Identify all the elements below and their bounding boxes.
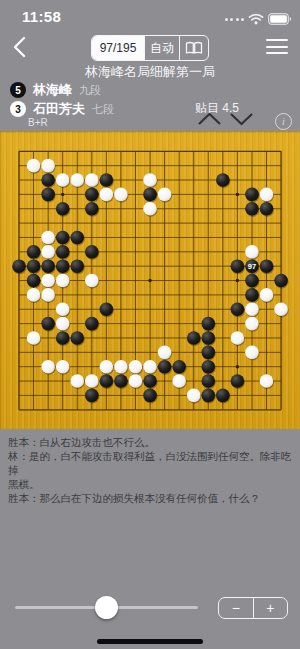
go-board[interactable]: 97 xyxy=(0,131,300,429)
white-player-row: 3 石田芳夫 七段 xyxy=(10,100,114,118)
game-result: B+R xyxy=(28,117,48,128)
status-icons xyxy=(225,13,293,25)
status-time: 11:58 xyxy=(22,8,61,25)
white-stone-badge: 3 xyxy=(10,101,26,117)
back-button[interactable] xyxy=(12,36,26,58)
move-slider-knob[interactable] xyxy=(95,596,118,619)
black-player-rank: 九段 xyxy=(79,83,101,98)
page-title: 林海峰名局细解第一局 xyxy=(0,63,300,81)
wifi-icon xyxy=(248,13,264,25)
black-player-name: 林海峰 xyxy=(33,81,72,99)
stepper-plus-button[interactable]: + xyxy=(254,598,288,618)
black-player-row: 5 林海峰 九段 xyxy=(10,81,101,99)
menu-button[interactable] xyxy=(266,39,288,54)
cellular-dots-icon xyxy=(225,18,245,21)
move-nav xyxy=(197,112,254,126)
black-stone-badge: 5 xyxy=(10,82,26,98)
board-size-stepper: − + xyxy=(218,597,288,619)
white-player-name: 石田芳夫 xyxy=(33,100,85,118)
stepper-minus-button[interactable]: − xyxy=(219,598,254,618)
prev-move-button chevron-up-icon[interactable] xyxy=(197,112,222,126)
home-indicator[interactable] xyxy=(97,639,203,644)
mode-segmented-control: 97/195 自动 xyxy=(91,35,209,61)
book-button[interactable] xyxy=(180,36,208,60)
commentary-text: 胜本：白从右边攻击也不行么。林：是的，白不能攻击取得利益，白没法围到任何空。除非… xyxy=(0,433,300,507)
battery-icon xyxy=(268,13,292,25)
move-counter-button[interactable]: 97/195 xyxy=(92,36,144,60)
info-button[interactable]: i xyxy=(275,113,292,130)
white-player-rank: 七段 xyxy=(92,102,114,117)
open-book-icon xyxy=(185,41,203,55)
svg-text:97: 97 xyxy=(248,262,256,271)
auto-play-button[interactable]: 自动 xyxy=(144,36,180,60)
next-move-button chevron-down-icon[interactable] xyxy=(229,112,254,126)
